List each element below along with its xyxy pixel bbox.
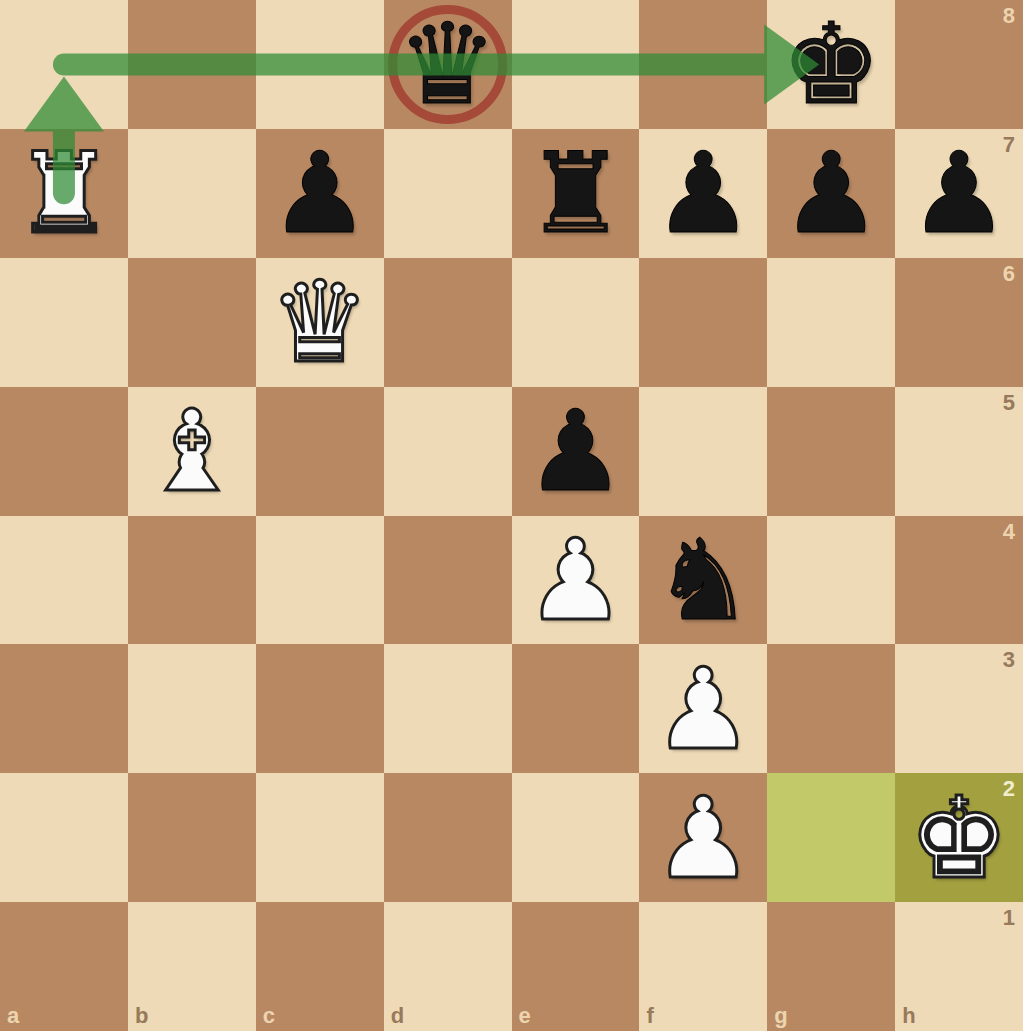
piece-white-pawn[interactable]: ♟ bbox=[512, 516, 640, 645]
square-b5[interactable]: ♝ bbox=[128, 387, 256, 516]
piece-white-rook[interactable]: ♜ bbox=[0, 129, 128, 258]
square-c7[interactable]: ♟ bbox=[256, 129, 384, 258]
square-a5[interactable] bbox=[0, 387, 128, 516]
square-a1[interactable]: a bbox=[0, 902, 128, 1031]
square-d6[interactable] bbox=[384, 258, 512, 387]
piece-black-pawn[interactable]: ♟ bbox=[639, 129, 767, 258]
square-e2[interactable] bbox=[512, 773, 640, 902]
piece-black-pawn[interactable]: ♟ bbox=[512, 387, 640, 516]
square-g1[interactable]: g bbox=[767, 902, 895, 1031]
square-d5[interactable] bbox=[384, 387, 512, 516]
rank-label-4: 4 bbox=[1003, 521, 1015, 543]
piece-black-knight[interactable]: ♞ bbox=[639, 516, 767, 645]
square-b2[interactable] bbox=[128, 773, 256, 902]
piece-white-pawn[interactable]: ♟ bbox=[639, 644, 767, 773]
square-h4[interactable]: 4 bbox=[895, 516, 1023, 645]
square-c1[interactable]: c bbox=[256, 902, 384, 1031]
square-e8[interactable] bbox=[512, 0, 640, 129]
square-d3[interactable] bbox=[384, 644, 512, 773]
file-label-f: f bbox=[646, 1005, 653, 1027]
piece-black-pawn[interactable]: ♟ bbox=[256, 129, 384, 258]
square-g8[interactable]: ♚ bbox=[767, 0, 895, 129]
rank-label-1: 1 bbox=[1003, 907, 1015, 929]
square-g5[interactable] bbox=[767, 387, 895, 516]
square-a4[interactable] bbox=[0, 516, 128, 645]
square-d7[interactable] bbox=[384, 129, 512, 258]
piece-black-queen[interactable]: ♛ bbox=[384, 0, 512, 129]
square-a6[interactable] bbox=[0, 258, 128, 387]
square-f8[interactable] bbox=[639, 0, 767, 129]
square-f4[interactable]: ♞ bbox=[639, 516, 767, 645]
file-label-c: c bbox=[263, 1005, 275, 1027]
square-g4[interactable] bbox=[767, 516, 895, 645]
square-e3[interactable] bbox=[512, 644, 640, 773]
square-h2[interactable]: ♚2 bbox=[895, 773, 1023, 902]
square-g6[interactable] bbox=[767, 258, 895, 387]
square-h6[interactable]: 6 bbox=[895, 258, 1023, 387]
square-d2[interactable] bbox=[384, 773, 512, 902]
square-e4[interactable]: ♟ bbox=[512, 516, 640, 645]
square-c3[interactable] bbox=[256, 644, 384, 773]
rank-label-8: 8 bbox=[1003, 5, 1015, 27]
file-label-a: a bbox=[7, 1005, 19, 1027]
square-g3[interactable] bbox=[767, 644, 895, 773]
square-f3[interactable]: ♟ bbox=[639, 644, 767, 773]
square-b7[interactable] bbox=[128, 129, 256, 258]
piece-white-queen[interactable]: ♛ bbox=[256, 258, 384, 387]
file-label-e: e bbox=[519, 1005, 531, 1027]
square-c2[interactable] bbox=[256, 773, 384, 902]
square-e6[interactable] bbox=[512, 258, 640, 387]
square-d4[interactable] bbox=[384, 516, 512, 645]
square-b8[interactable] bbox=[128, 0, 256, 129]
piece-black-rook[interactable]: ♜ bbox=[512, 129, 640, 258]
square-h5[interactable]: 5 bbox=[895, 387, 1023, 516]
file-label-g: g bbox=[774, 1005, 787, 1027]
file-label-b: b bbox=[135, 1005, 148, 1027]
square-b6[interactable] bbox=[128, 258, 256, 387]
square-a8[interactable] bbox=[0, 0, 128, 129]
rank-label-5: 5 bbox=[1003, 392, 1015, 414]
file-label-h: h bbox=[902, 1005, 915, 1027]
square-c8[interactable] bbox=[256, 0, 384, 129]
piece-white-bishop[interactable]: ♝ bbox=[128, 387, 256, 516]
square-h1[interactable]: h1 bbox=[895, 902, 1023, 1031]
piece-white-pawn[interactable]: ♟ bbox=[639, 773, 767, 902]
square-d8[interactable]: ♛ bbox=[384, 0, 512, 129]
square-a3[interactable] bbox=[0, 644, 128, 773]
rank-label-7: 7 bbox=[1003, 134, 1015, 156]
square-h3[interactable]: 3 bbox=[895, 644, 1023, 773]
square-c5[interactable] bbox=[256, 387, 384, 516]
square-g7[interactable]: ♟ bbox=[767, 129, 895, 258]
rank-label-3: 3 bbox=[1003, 649, 1015, 671]
rank-label-2: 2 bbox=[1003, 778, 1015, 800]
square-f7[interactable]: ♟ bbox=[639, 129, 767, 258]
chess-board: ♛♚8♜♟♜♟♟♟7♛6♝♟5♟♞4♟3♟♚2abcdefgh1 bbox=[0, 0, 1023, 1031]
square-f6[interactable] bbox=[639, 258, 767, 387]
square-e1[interactable]: e bbox=[512, 902, 640, 1031]
rank-label-6: 6 bbox=[1003, 263, 1015, 285]
square-c6[interactable]: ♛ bbox=[256, 258, 384, 387]
piece-black-pawn[interactable]: ♟ bbox=[767, 129, 895, 258]
square-c4[interactable] bbox=[256, 516, 384, 645]
square-e5[interactable]: ♟ bbox=[512, 387, 640, 516]
piece-black-king[interactable]: ♚ bbox=[767, 0, 895, 129]
file-label-d: d bbox=[391, 1005, 404, 1027]
square-f2[interactable]: ♟ bbox=[639, 773, 767, 902]
square-h7[interactable]: ♟7 bbox=[895, 129, 1023, 258]
square-h8[interactable]: 8 bbox=[895, 0, 1023, 129]
square-g2[interactable] bbox=[767, 773, 895, 902]
square-b3[interactable] bbox=[128, 644, 256, 773]
square-f5[interactable] bbox=[639, 387, 767, 516]
square-f1[interactable]: f bbox=[639, 902, 767, 1031]
square-b1[interactable]: b bbox=[128, 902, 256, 1031]
square-a2[interactable] bbox=[0, 773, 128, 902]
square-a7[interactable]: ♜ bbox=[0, 129, 128, 258]
square-b4[interactable] bbox=[128, 516, 256, 645]
square-d1[interactable]: d bbox=[384, 902, 512, 1031]
square-e7[interactable]: ♜ bbox=[512, 129, 640, 258]
